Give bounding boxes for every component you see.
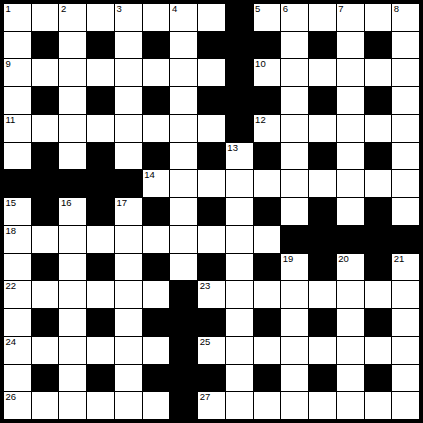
- black-cell: [254, 198, 281, 225]
- grid-cell[interactable]: [87, 392, 114, 419]
- black-cell: [4, 170, 31, 197]
- grid-cell[interactable]: [226, 170, 253, 197]
- black-cell: [198, 309, 225, 336]
- black-cell: [309, 226, 336, 253]
- grid-cell[interactable]: [32, 115, 59, 142]
- clue-number: 5: [255, 4, 260, 14]
- grid-cell[interactable]: [309, 281, 336, 308]
- grid-cell[interactable]: [198, 4, 225, 31]
- grid-cell[interactable]: [115, 392, 142, 419]
- black-cell: [87, 143, 114, 170]
- black-cell: [254, 254, 281, 281]
- black-cell: [226, 59, 253, 86]
- grid-cell[interactable]: [392, 281, 419, 308]
- grid-cell[interactable]: [87, 337, 114, 364]
- black-cell: [170, 309, 197, 336]
- black-cell: [198, 365, 225, 392]
- grid-cell[interactable]: [170, 59, 197, 86]
- grid-cell[interactable]: [281, 143, 308, 170]
- grid-cell[interactable]: [365, 392, 392, 419]
- grid-cell[interactable]: 23: [198, 281, 225, 308]
- black-cell: [309, 198, 336, 225]
- grid-cell[interactable]: [59, 32, 86, 59]
- clue-number: 8: [394, 4, 399, 14]
- black-cell: [170, 281, 197, 308]
- grid-cell[interactable]: [59, 365, 86, 392]
- grid-cell[interactable]: [281, 198, 308, 225]
- black-cell: [254, 309, 281, 336]
- black-cell: [87, 32, 114, 59]
- grid-cell[interactable]: [143, 115, 170, 142]
- grid-cell[interactable]: [337, 170, 364, 197]
- grid-cell[interactable]: 7: [337, 4, 364, 31]
- clue-number: 19: [283, 254, 294, 264]
- grid-cell[interactable]: [59, 281, 86, 308]
- grid-cell[interactable]: [281, 365, 308, 392]
- grid-cell[interactable]: [392, 32, 419, 59]
- grid-cell[interactable]: [392, 198, 419, 225]
- grid-cell[interactable]: [254, 226, 281, 253]
- grid-cell[interactable]: [365, 4, 392, 31]
- grid-cell[interactable]: [198, 170, 225, 197]
- grid-cell[interactable]: [254, 281, 281, 308]
- grid-cell[interactable]: [281, 337, 308, 364]
- black-cell: [32, 170, 59, 197]
- black-cell: [309, 143, 336, 170]
- black-cell: [32, 309, 59, 336]
- grid-cell[interactable]: [337, 281, 364, 308]
- black-cell: [87, 309, 114, 336]
- black-cell: [254, 32, 281, 59]
- black-cell: [87, 198, 114, 225]
- grid-cell[interactable]: [309, 337, 336, 364]
- black-cell: [309, 365, 336, 392]
- grid-cell[interactable]: [32, 281, 59, 308]
- black-cell: [365, 32, 392, 59]
- clue-number: 18: [6, 226, 17, 236]
- black-cell: [170, 392, 197, 419]
- clue-number: 16: [61, 198, 72, 208]
- black-cell: [143, 32, 170, 59]
- grid-cell[interactable]: [170, 198, 197, 225]
- grid-cell[interactable]: [32, 392, 59, 419]
- grid-cell[interactable]: [87, 115, 114, 142]
- grid-cell[interactable]: [170, 115, 197, 142]
- black-cell: [59, 170, 86, 197]
- grid-cell[interactable]: [4, 254, 31, 281]
- grid-cell[interactable]: [59, 337, 86, 364]
- grid-cell[interactable]: [87, 4, 114, 31]
- grid-cell[interactable]: [337, 115, 364, 142]
- black-cell: [309, 32, 336, 59]
- grid-cell[interactable]: [337, 337, 364, 364]
- black-cell: [143, 365, 170, 392]
- black-cell: [365, 309, 392, 336]
- grid-cell[interactable]: [365, 59, 392, 86]
- grid-cell[interactable]: [337, 143, 364, 170]
- grid-cell[interactable]: [59, 226, 86, 253]
- grid-cell[interactable]: [337, 32, 364, 59]
- grid-cell[interactable]: [198, 59, 225, 86]
- grid-cell[interactable]: [392, 337, 419, 364]
- black-cell: [198, 198, 225, 225]
- grid-cell[interactable]: [4, 32, 31, 59]
- grid-cell[interactable]: [115, 281, 142, 308]
- crossword-board: 1234567891011121314151617181920212223242…: [0, 0, 423, 423]
- black-cell: [143, 198, 170, 225]
- grid-cell[interactable]: [281, 392, 308, 419]
- grid-cell[interactable]: [309, 4, 336, 31]
- grid-cell[interactable]: [170, 143, 197, 170]
- grid-cell[interactable]: [170, 87, 197, 114]
- clue-number: 12: [255, 115, 266, 125]
- grid-cell[interactable]: [143, 226, 170, 253]
- grid-cell[interactable]: [365, 337, 392, 364]
- grid-cell[interactable]: [115, 337, 142, 364]
- grid-cell[interactable]: 27: [198, 392, 225, 419]
- grid-cell[interactable]: [392, 170, 419, 197]
- grid-cell[interactable]: [143, 337, 170, 364]
- black-cell: [226, 87, 253, 114]
- clue-number: 2: [61, 4, 66, 14]
- black-cell: [87, 87, 114, 114]
- black-cell: [170, 337, 197, 364]
- grid-cell[interactable]: [392, 309, 419, 336]
- grid-cell[interactable]: [143, 4, 170, 31]
- grid-cell[interactable]: [143, 281, 170, 308]
- grid-cell[interactable]: [115, 309, 142, 336]
- grid-cell[interactable]: [87, 59, 114, 86]
- grid-cell[interactable]: 17: [115, 198, 142, 225]
- black-cell: [365, 254, 392, 281]
- black-cell: [198, 32, 225, 59]
- grid-cell[interactable]: 24: [4, 337, 31, 364]
- grid-cell[interactable]: [115, 365, 142, 392]
- black-cell: [309, 254, 336, 281]
- clue-number: 1: [6, 4, 11, 14]
- black-cell: [365, 143, 392, 170]
- grid-cell[interactable]: [226, 309, 253, 336]
- black-cell: [143, 143, 170, 170]
- grid-cell[interactable]: [309, 170, 336, 197]
- grid-cell[interactable]: [59, 309, 86, 336]
- grid-cell[interactable]: 4: [170, 4, 197, 31]
- clue-number: 10: [255, 59, 266, 69]
- grid-cell[interactable]: [115, 226, 142, 253]
- grid-cell[interactable]: [4, 87, 31, 114]
- black-cell: [32, 87, 59, 114]
- clue-number: 11: [6, 115, 16, 125]
- clue-number: 3: [116, 4, 121, 14]
- black-cell: [254, 143, 281, 170]
- grid-cell[interactable]: [4, 365, 31, 392]
- grid-cell[interactable]: [226, 392, 253, 419]
- grid-cell[interactable]: [170, 226, 197, 253]
- grid-cell[interactable]: [392, 59, 419, 86]
- grid-cell[interactable]: 13: [226, 143, 253, 170]
- grid-cell[interactable]: [281, 87, 308, 114]
- clue-number: 13: [227, 143, 238, 153]
- clue-number: 22: [6, 281, 17, 291]
- grid-cell[interactable]: [309, 392, 336, 419]
- grid-cell[interactable]: [170, 254, 197, 281]
- grid-cell[interactable]: [365, 170, 392, 197]
- grid-cell[interactable]: 14: [143, 170, 170, 197]
- grid-cell[interactable]: 15: [4, 198, 31, 225]
- black-cell: [32, 198, 59, 225]
- grid-cell[interactable]: 19: [281, 254, 308, 281]
- black-cell: [87, 170, 114, 197]
- grid-cell[interactable]: [281, 115, 308, 142]
- grid-cell[interactable]: 18: [4, 226, 31, 253]
- black-cell: [198, 87, 225, 114]
- clue-number: 24: [6, 337, 17, 347]
- grid-cell[interactable]: [115, 59, 142, 86]
- black-cell: [254, 87, 281, 114]
- black-cell: [309, 87, 336, 114]
- grid-cell[interactable]: [4, 143, 31, 170]
- grid-cell[interactable]: 10: [254, 59, 281, 86]
- black-cell: [226, 115, 253, 142]
- grid-cell[interactable]: [59, 87, 86, 114]
- grid-cell[interactable]: [254, 337, 281, 364]
- black-cell: [143, 309, 170, 336]
- grid-cell[interactable]: [115, 32, 142, 59]
- grid-cell[interactable]: [143, 59, 170, 86]
- black-cell: [198, 254, 225, 281]
- grid-cell[interactable]: [59, 115, 86, 142]
- grid-cell[interactable]: [59, 143, 86, 170]
- clue-number: 21: [394, 254, 405, 264]
- clue-number: 7: [338, 4, 343, 14]
- grid-cell[interactable]: [87, 281, 114, 308]
- black-cell: [365, 365, 392, 392]
- grid-cell[interactable]: 21: [392, 254, 419, 281]
- grid-cell[interactable]: [337, 87, 364, 114]
- grid-cell[interactable]: 22: [4, 281, 31, 308]
- grid-cell[interactable]: [254, 392, 281, 419]
- grid-cell[interactable]: [254, 170, 281, 197]
- grid-cell[interactable]: [392, 87, 419, 114]
- clue-number: 17: [116, 198, 127, 208]
- grid-cell[interactable]: [115, 115, 142, 142]
- grid-cell[interactable]: 1: [4, 4, 31, 31]
- grid-cell[interactable]: [309, 59, 336, 86]
- grid-cell[interactable]: [226, 281, 253, 308]
- grid-cell[interactable]: 16: [59, 198, 86, 225]
- grid-cell[interactable]: [392, 143, 419, 170]
- black-cell: [365, 198, 392, 225]
- grid-cell[interactable]: 12: [254, 115, 281, 142]
- grid-cell[interactable]: [337, 309, 364, 336]
- black-cell: [115, 170, 142, 197]
- grid-cell[interactable]: 2: [59, 4, 86, 31]
- black-cell: [87, 365, 114, 392]
- grid-cell[interactable]: [32, 337, 59, 364]
- black-cell: [226, 32, 253, 59]
- black-cell: [87, 254, 114, 281]
- grid-cell[interactable]: [170, 170, 197, 197]
- clue-number: 6: [283, 4, 288, 14]
- grid-cell[interactable]: [337, 59, 364, 86]
- grid-cell[interactable]: [170, 32, 197, 59]
- black-cell: [32, 143, 59, 170]
- grid-cell[interactable]: [365, 281, 392, 308]
- black-cell: [226, 4, 253, 31]
- clue-number: 25: [200, 337, 211, 347]
- clue-number: 20: [338, 254, 349, 264]
- grid-cell[interactable]: 6: [281, 4, 308, 31]
- grid-cell[interactable]: [226, 254, 253, 281]
- grid-cell[interactable]: [115, 143, 142, 170]
- grid-cell[interactable]: [392, 365, 419, 392]
- grid-cell[interactable]: [59, 254, 86, 281]
- grid-cell[interactable]: [32, 4, 59, 31]
- grid-cell[interactable]: [226, 226, 253, 253]
- black-cell: [32, 365, 59, 392]
- clue-number: 23: [200, 281, 211, 291]
- black-cell: [198, 143, 225, 170]
- grid-cell[interactable]: 20: [337, 254, 364, 281]
- black-cell: [143, 87, 170, 114]
- grid-cell[interactable]: [198, 226, 225, 253]
- grid-cell[interactable]: [337, 198, 364, 225]
- grid-cell[interactable]: 3: [115, 4, 142, 31]
- clue-number: 9: [6, 59, 11, 69]
- grid-cell[interactable]: [281, 59, 308, 86]
- grid-cell[interactable]: [392, 392, 419, 419]
- black-cell: [281, 226, 308, 253]
- black-cell: [32, 254, 59, 281]
- black-cell: [309, 309, 336, 336]
- grid-cell[interactable]: [32, 226, 59, 253]
- grid-cell[interactable]: [198, 115, 225, 142]
- black-cell: [365, 226, 392, 253]
- black-cell: [254, 365, 281, 392]
- grid-cell[interactable]: [365, 115, 392, 142]
- clue-number: 27: [200, 392, 211, 402]
- grid-cell[interactable]: [226, 198, 253, 225]
- grid-cell[interactable]: [281, 32, 308, 59]
- black-cell: [392, 226, 419, 253]
- grid-cell[interactable]: [87, 226, 114, 253]
- clue-number: 14: [144, 170, 155, 180]
- grid-cell[interactable]: [59, 59, 86, 86]
- grid-cell[interactable]: [59, 392, 86, 419]
- clue-number: 15: [6, 198, 17, 208]
- black-cell: [365, 87, 392, 114]
- black-cell: [143, 254, 170, 281]
- clue-number: 4: [172, 4, 177, 14]
- grid-cell[interactable]: [281, 281, 308, 308]
- grid-cell[interactable]: [337, 365, 364, 392]
- grid-cell[interactable]: [4, 309, 31, 336]
- grid-cell[interactable]: [143, 392, 170, 419]
- clue-number: 26: [6, 392, 17, 402]
- grid-cell[interactable]: [115, 254, 142, 281]
- grid-cell[interactable]: [337, 392, 364, 419]
- grid-cell[interactable]: 8: [392, 4, 419, 31]
- black-cell: [32, 32, 59, 59]
- grid-cell[interactable]: [226, 337, 253, 364]
- grid-cell[interactable]: 11: [4, 115, 31, 142]
- grid-cell[interactable]: [32, 59, 59, 86]
- grid-cell[interactable]: [309, 115, 336, 142]
- grid-cell[interactable]: [226, 365, 253, 392]
- grid-cell[interactable]: 25: [198, 337, 225, 364]
- grid-cell[interactable]: 9: [4, 59, 31, 86]
- grid-cell[interactable]: 5: [254, 4, 281, 31]
- grid-cell[interactable]: [281, 170, 308, 197]
- black-cell: [337, 226, 364, 253]
- grid-cell[interactable]: 26: [4, 392, 31, 419]
- crossword-grid: 1234567891011121314151617181920212223242…: [4, 4, 419, 419]
- black-cell: [170, 365, 197, 392]
- grid-cell[interactable]: [392, 115, 419, 142]
- grid-cell[interactable]: [281, 309, 308, 336]
- grid-cell[interactable]: [115, 87, 142, 114]
